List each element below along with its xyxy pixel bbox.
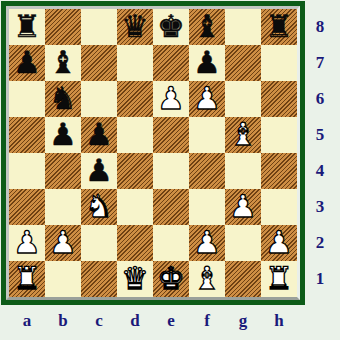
square-d5[interactable] — [117, 117, 153, 153]
piece-white-pawn-f2[interactable]: ♟ — [193, 225, 221, 260]
piece-black-pawn-c4[interactable]: ♟ — [85, 153, 113, 188]
file-label-g: g — [225, 306, 261, 336]
file-label-a: a — [9, 306, 45, 336]
square-b5[interactable]: ♟ — [45, 117, 81, 153]
square-h8[interactable]: ♜ — [261, 9, 297, 45]
square-c6[interactable] — [81, 81, 117, 117]
file-label-c: c — [81, 306, 117, 336]
square-h6[interactable] — [261, 81, 297, 117]
square-e3[interactable] — [153, 189, 189, 225]
piece-black-queen-d8[interactable]: ♛ — [121, 9, 149, 44]
square-b1[interactable] — [45, 261, 81, 297]
piece-white-pawn-b2[interactable]: ♟ — [49, 225, 77, 260]
square-c5[interactable]: ♟ — [81, 117, 117, 153]
square-e6[interactable]: ♟ — [153, 81, 189, 117]
square-g2[interactable] — [225, 225, 261, 261]
square-h7[interactable] — [261, 45, 297, 81]
square-g4[interactable] — [225, 153, 261, 189]
square-f1[interactable]: ♝ — [189, 261, 225, 297]
board-inner-border: ♜♛♚♝♜♟♝♟♞♟♟♟♟♝♟♞♟♟♟♟♟♜♛♚♝♜ — [6, 6, 300, 300]
rank-label-7: 7 — [305, 45, 335, 81]
square-c4[interactable]: ♟ — [81, 153, 117, 189]
square-f5[interactable] — [189, 117, 225, 153]
square-e8[interactable]: ♚ — [153, 9, 189, 45]
piece-black-knight-b6[interactable]: ♞ — [49, 81, 77, 116]
square-a3[interactable] — [9, 189, 45, 225]
chess-diagram: ♜♛♚♝♜♟♝♟♞♟♟♟♟♝♟♞♟♟♟♟♟♜♛♚♝♜ abcdefgh 8765… — [0, 0, 340, 340]
piece-white-bishop-g5[interactable]: ♝ — [229, 117, 257, 152]
piece-black-pawn-f7[interactable]: ♟ — [193, 45, 221, 80]
piece-black-rook-h8[interactable]: ♜ — [265, 9, 293, 44]
square-b2[interactable]: ♟ — [45, 225, 81, 261]
piece-white-bishop-f1[interactable]: ♝ — [193, 261, 221, 296]
square-a7[interactable]: ♟ — [9, 45, 45, 81]
rank-label-1: 1 — [305, 261, 335, 297]
piece-white-queen-d1[interactable]: ♛ — [121, 261, 149, 296]
piece-white-pawn-h2[interactable]: ♟ — [265, 225, 293, 260]
square-f6[interactable]: ♟ — [189, 81, 225, 117]
square-d1[interactable]: ♛ — [117, 261, 153, 297]
square-d4[interactable] — [117, 153, 153, 189]
square-c2[interactable] — [81, 225, 117, 261]
square-h3[interactable] — [261, 189, 297, 225]
square-a2[interactable]: ♟ — [9, 225, 45, 261]
square-e2[interactable] — [153, 225, 189, 261]
square-b8[interactable] — [45, 9, 81, 45]
square-d7[interactable] — [117, 45, 153, 81]
piece-white-king-e1[interactable]: ♚ — [157, 261, 185, 296]
piece-white-pawn-g3[interactable]: ♟ — [229, 189, 257, 224]
square-b6[interactable]: ♞ — [45, 81, 81, 117]
piece-white-rook-a1[interactable]: ♜ — [13, 261, 41, 296]
square-f4[interactable] — [189, 153, 225, 189]
rank-label-5: 5 — [305, 117, 335, 153]
piece-black-rook-a8[interactable]: ♜ — [13, 9, 41, 44]
rank-label-6: 6 — [305, 81, 335, 117]
square-c1[interactable] — [81, 261, 117, 297]
square-b4[interactable] — [45, 153, 81, 189]
piece-black-bishop-f8[interactable]: ♝ — [193, 9, 221, 44]
square-a4[interactable] — [9, 153, 45, 189]
file-label-h: h — [261, 306, 297, 336]
rank-label-4: 4 — [305, 153, 335, 189]
square-f7[interactable]: ♟ — [189, 45, 225, 81]
square-e5[interactable] — [153, 117, 189, 153]
piece-white-pawn-f6[interactable]: ♟ — [193, 81, 221, 116]
square-b7[interactable]: ♝ — [45, 45, 81, 81]
square-a6[interactable] — [9, 81, 45, 117]
rank-labels: 87654321 — [305, 0, 337, 306]
piece-white-pawn-e6[interactable]: ♟ — [157, 81, 185, 116]
square-b3[interactable] — [45, 189, 81, 225]
square-c8[interactable] — [81, 9, 117, 45]
piece-black-pawn-a7[interactable]: ♟ — [13, 45, 41, 80]
square-g5[interactable]: ♝ — [225, 117, 261, 153]
board-frame: ♜♛♚♝♜♟♝♟♞♟♟♟♟♝♟♞♟♟♟♟♟♜♛♚♝♜ — [1, 1, 305, 305]
piece-white-knight-c3[interactable]: ♞ — [85, 189, 113, 224]
square-e1[interactable]: ♚ — [153, 261, 189, 297]
square-a8[interactable]: ♜ — [9, 9, 45, 45]
piece-black-pawn-c5[interactable]: ♟ — [85, 117, 113, 152]
square-a1[interactable]: ♜ — [9, 261, 45, 297]
square-h4[interactable] — [261, 153, 297, 189]
rank-label-3: 3 — [305, 189, 335, 225]
square-d8[interactable]: ♛ — [117, 9, 153, 45]
square-g3[interactable]: ♟ — [225, 189, 261, 225]
square-e7[interactable] — [153, 45, 189, 81]
square-h2[interactable]: ♟ — [261, 225, 297, 261]
square-d3[interactable] — [117, 189, 153, 225]
square-c3[interactable]: ♞ — [81, 189, 117, 225]
square-c7[interactable] — [81, 45, 117, 81]
rank-label-2: 2 — [305, 225, 335, 261]
square-f3[interactable] — [189, 189, 225, 225]
square-f2[interactable]: ♟ — [189, 225, 225, 261]
piece-black-king-e8[interactable]: ♚ — [157, 9, 185, 44]
file-label-d: d — [117, 306, 153, 336]
square-d2[interactable] — [117, 225, 153, 261]
file-label-e: e — [153, 306, 189, 336]
square-d6[interactable] — [117, 81, 153, 117]
piece-black-bishop-b7[interactable]: ♝ — [49, 45, 77, 80]
square-g6[interactable] — [225, 81, 261, 117]
square-f8[interactable]: ♝ — [189, 9, 225, 45]
piece-black-pawn-b5[interactable]: ♟ — [49, 117, 77, 152]
square-e4[interactable] — [153, 153, 189, 189]
piece-white-rook-h1[interactable]: ♜ — [265, 261, 293, 296]
square-g1[interactable] — [225, 261, 261, 297]
piece-white-pawn-a2[interactable]: ♟ — [13, 225, 41, 260]
square-g8[interactable] — [225, 9, 261, 45]
rank-label-8: 8 — [305, 9, 335, 45]
file-labels: abcdefgh — [0, 306, 306, 338]
file-label-f: f — [189, 306, 225, 336]
square-a5[interactable] — [9, 117, 45, 153]
chessboard: ♜♛♚♝♜♟♝♟♞♟♟♟♟♝♟♞♟♟♟♟♟♜♛♚♝♜ — [9, 9, 297, 297]
square-h1[interactable]: ♜ — [261, 261, 297, 297]
square-h5[interactable] — [261, 117, 297, 153]
file-label-b: b — [45, 306, 81, 336]
square-g7[interactable] — [225, 45, 261, 81]
